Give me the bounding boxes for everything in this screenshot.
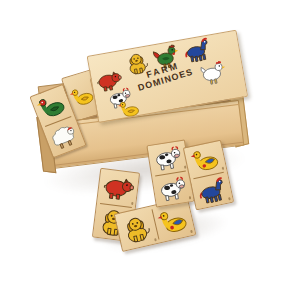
tile-half-cow-icon	[152, 171, 193, 206]
tile-half-cow-icon	[147, 140, 188, 175]
tile-half-horse-icon	[191, 172, 234, 210]
product-photo: FARM DOMINOES	[0, 0, 300, 300]
tile-half-pig-icon	[97, 169, 139, 207]
